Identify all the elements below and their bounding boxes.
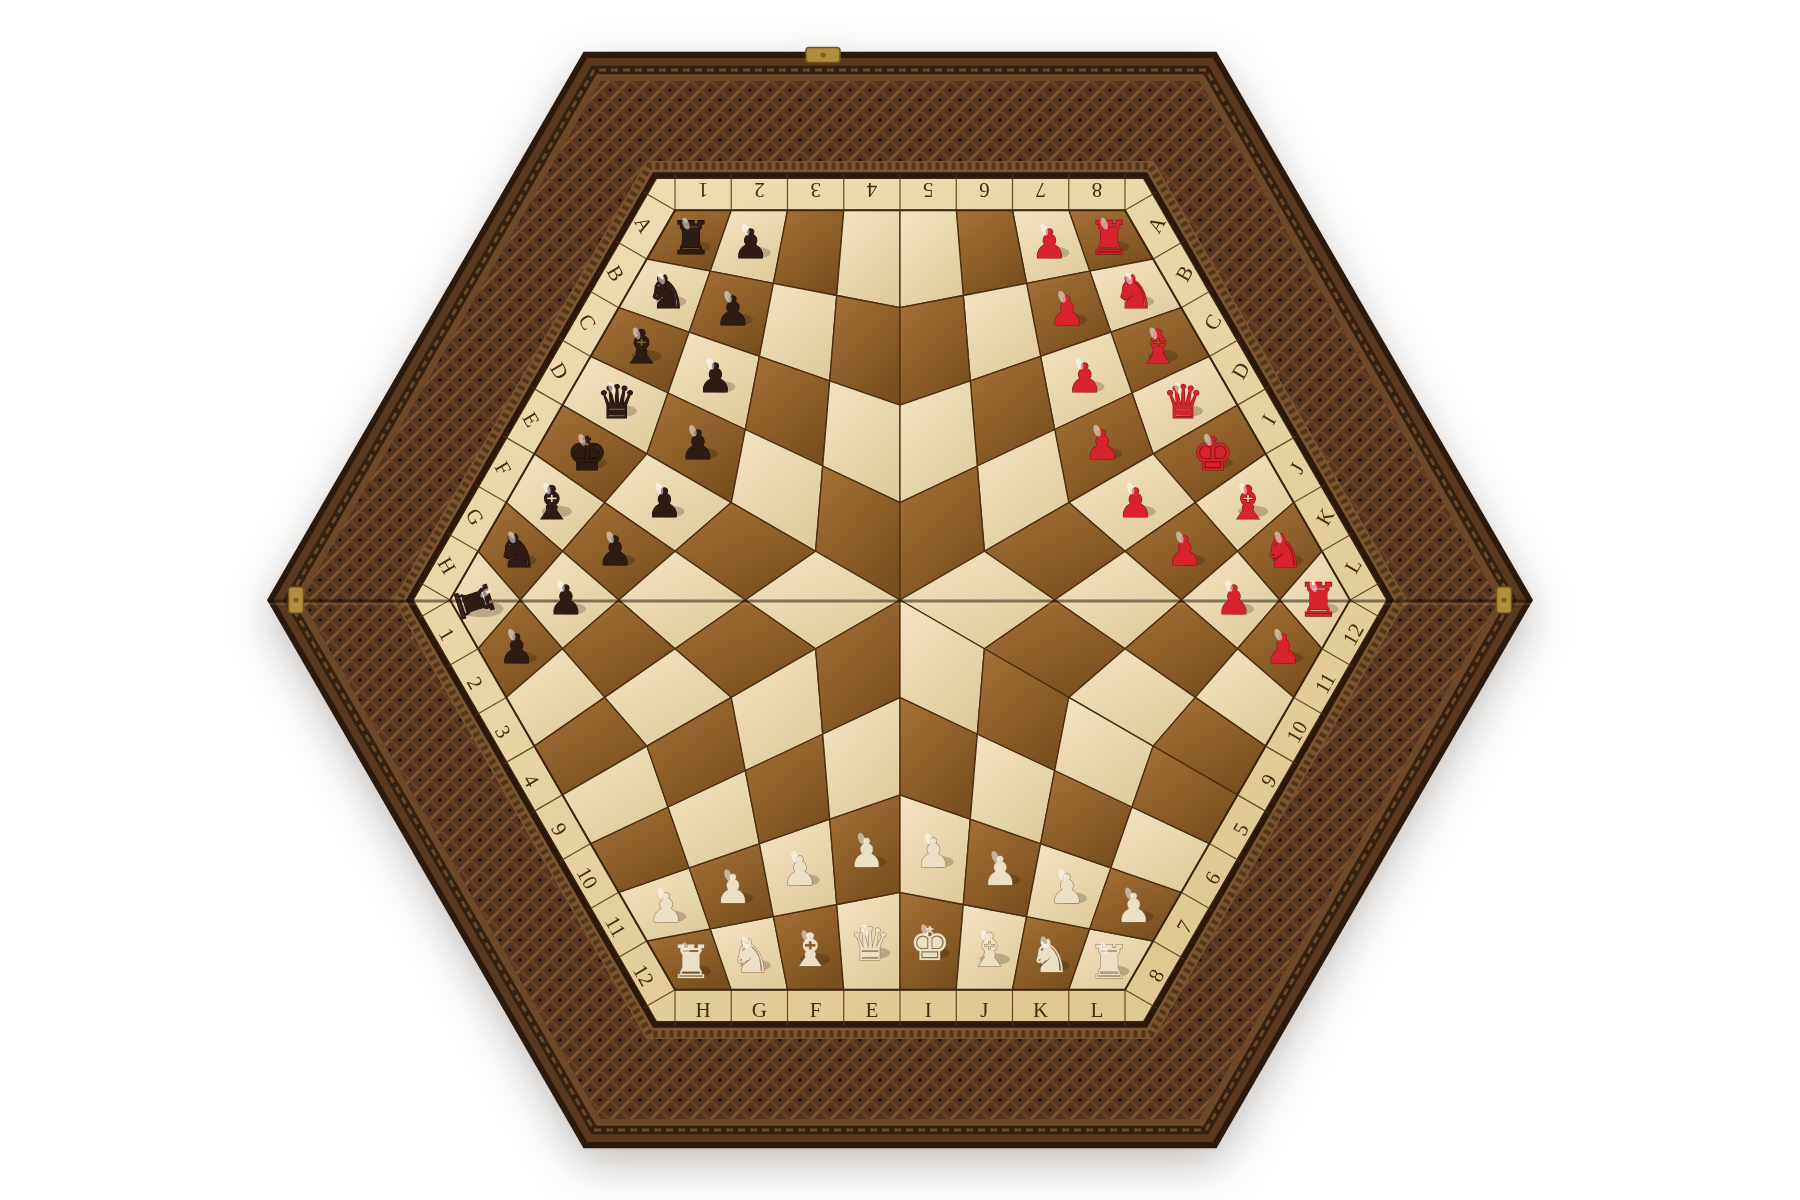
piece-glyph: ♝ xyxy=(1227,476,1268,530)
white-pawn[interactable]: ♟ xyxy=(1116,885,1154,931)
black-pawn[interactable]: ♟ xyxy=(499,626,537,672)
piece-glyph: ♟ xyxy=(499,626,535,672)
piece-glyph: ♟ xyxy=(698,355,734,401)
piece-glyph: ♞ xyxy=(646,265,687,319)
red-pawn[interactable]: ♟ xyxy=(1031,221,1069,267)
standing-piece: ♞ xyxy=(730,929,771,983)
piece-glyph: ♟ xyxy=(648,885,684,931)
standing-piece: ♟ xyxy=(715,288,751,334)
black-pawn[interactable]: ♟ xyxy=(733,221,771,267)
coordinate-label: H xyxy=(696,998,711,1022)
black-pawn[interactable]: ♟ xyxy=(680,422,718,468)
black-bishop[interactable]: ♝ xyxy=(531,476,572,530)
white-rook[interactable]: ♜ xyxy=(1089,935,1130,989)
standing-piece: ♝ xyxy=(1227,476,1268,530)
white-pawn[interactable]: ♟ xyxy=(648,885,686,931)
piece-glyph: ♟ xyxy=(733,221,769,267)
brass-hinge-left-pin xyxy=(293,597,298,602)
standing-piece: ♟ xyxy=(1167,528,1203,574)
black-rook[interactable]: ♜ xyxy=(670,211,711,265)
standing-piece: ♟ xyxy=(1049,288,1085,334)
coordinate-label: 6 xyxy=(979,178,990,202)
white-queen[interactable]: ♛ xyxy=(849,917,890,971)
standing-piece: ♞ xyxy=(1113,265,1154,319)
three-player-chess-board: 12345678ABCDEFGH12349101112HGFEIJKL12111… xyxy=(0,0,1800,1200)
standing-piece: ♟ xyxy=(1118,480,1154,526)
piece-glyph: ♟ xyxy=(915,830,951,876)
coordinate-label: K xyxy=(1033,998,1048,1022)
standing-piece: ♟ xyxy=(733,221,769,267)
piece-glyph: ♛ xyxy=(849,917,890,971)
white-bishop[interactable]: ♝ xyxy=(969,923,1010,977)
standing-piece: ♟ xyxy=(1265,626,1301,672)
piece-glyph: ♟ xyxy=(982,848,1018,894)
coordinate-label: 7 xyxy=(1035,178,1046,202)
piece-glyph: ♞ xyxy=(1113,265,1154,319)
piece-glyph: ♚ xyxy=(1192,427,1233,481)
standing-piece: ♟ xyxy=(782,848,818,894)
coordinate-label: E xyxy=(865,998,878,1022)
white-pawn[interactable]: ♟ xyxy=(982,848,1020,894)
piece-glyph: ♝ xyxy=(621,320,662,374)
piece-glyph: ♟ xyxy=(548,577,584,623)
red-knight[interactable]: ♞ xyxy=(1113,265,1154,319)
cell[interactable] xyxy=(900,210,963,307)
piece-glyph: ♟ xyxy=(1167,528,1203,574)
standing-piece: ♟ xyxy=(548,577,584,623)
black-knight[interactable]: ♞ xyxy=(496,524,537,578)
red-pawn[interactable]: ♟ xyxy=(1084,422,1122,468)
red-rook[interactable]: ♜ xyxy=(1298,573,1339,627)
piece-glyph: ♝ xyxy=(531,476,572,530)
piece-glyph: ♟ xyxy=(647,480,683,526)
white-pawn[interactable]: ♟ xyxy=(782,848,820,894)
piece-glyph: ♞ xyxy=(496,524,537,578)
standing-piece: ♚ xyxy=(909,917,950,971)
standing-piece: ♟ xyxy=(680,422,716,468)
red-knight[interactable]: ♞ xyxy=(1263,524,1304,578)
standing-piece: ♟ xyxy=(715,866,751,912)
piece-glyph: ♚ xyxy=(566,427,607,481)
standing-piece: ♜ xyxy=(670,935,711,989)
coordinate-label: 5 xyxy=(923,178,934,202)
standing-piece: ♞ xyxy=(1029,929,1070,983)
standing-piece: ♟ xyxy=(1067,355,1103,401)
piece-glyph: ♞ xyxy=(1263,524,1304,578)
white-pawn[interactable]: ♟ xyxy=(915,830,953,876)
coordinate-label: G xyxy=(752,998,767,1022)
piece-glyph: ♝ xyxy=(969,923,1010,977)
brass-hinge-right-pin xyxy=(1501,597,1506,602)
standing-piece: ♟ xyxy=(1084,422,1120,468)
piece-glyph: ♟ xyxy=(1049,866,1085,912)
red-king[interactable]: ♚ xyxy=(1192,427,1233,481)
standing-piece: ♝ xyxy=(1138,320,1179,374)
standing-piece: ♜ xyxy=(1089,211,1130,265)
standing-piece: ♝ xyxy=(969,923,1010,977)
red-pawn[interactable]: ♟ xyxy=(1265,626,1303,672)
red-pawn[interactable]: ♟ xyxy=(1118,480,1156,526)
red-pawn[interactable]: ♟ xyxy=(1216,577,1254,623)
black-king[interactable]: ♚ xyxy=(566,427,607,481)
standing-piece: ♜ xyxy=(1089,935,1130,989)
piece-glyph: ♟ xyxy=(849,830,885,876)
white-rook[interactable]: ♜ xyxy=(670,935,711,989)
piece-glyph: ♟ xyxy=(1049,288,1085,334)
piece-glyph: ♟ xyxy=(1067,355,1103,401)
piece-glyph: ♟ xyxy=(782,848,818,894)
piece-glyph: ♝ xyxy=(790,923,831,977)
black-queen[interactable]: ♛ xyxy=(596,375,637,429)
red-rook[interactable]: ♜ xyxy=(1089,211,1130,265)
standing-piece: ♝ xyxy=(621,320,662,374)
standing-piece: ♛ xyxy=(1162,375,1203,429)
piece-glyph: ♟ xyxy=(1116,885,1152,931)
coordinate-label: I xyxy=(925,998,932,1022)
white-pawn[interactable]: ♟ xyxy=(715,866,753,912)
coordinate-label: 8 xyxy=(1092,178,1103,202)
piece-glyph: ♟ xyxy=(1265,626,1301,672)
red-pawn[interactable]: ♟ xyxy=(1049,288,1087,334)
red-pawn[interactable]: ♟ xyxy=(1167,528,1205,574)
standing-piece: ♟ xyxy=(982,848,1018,894)
black-pawn[interactable]: ♟ xyxy=(647,480,685,526)
page: 12345678ABCDEFGH12349101112HGFEIJKL12111… xyxy=(0,0,1800,1200)
black-pawn[interactable]: ♟ xyxy=(597,528,635,574)
standing-piece: ♛ xyxy=(849,917,890,971)
coordinate-label: J xyxy=(980,998,988,1022)
standing-piece: ♟ xyxy=(1116,885,1152,931)
standing-piece: ♟ xyxy=(499,626,535,672)
white-knight[interactable]: ♞ xyxy=(1029,929,1070,983)
standing-piece: ♝ xyxy=(531,476,572,530)
piece-glyph: ♟ xyxy=(680,422,716,468)
standing-piece: ♞ xyxy=(1263,524,1304,578)
white-pawn[interactable]: ♟ xyxy=(1049,866,1087,912)
brass-clasp-top-pin xyxy=(820,52,825,57)
standing-piece: ♞ xyxy=(496,524,537,578)
cell[interactable] xyxy=(837,210,900,307)
piece-glyph: ♜ xyxy=(670,211,711,265)
standing-piece: ♜ xyxy=(670,211,711,265)
piece-glyph: ♟ xyxy=(1031,221,1067,267)
red-bishop[interactable]: ♝ xyxy=(1227,476,1268,530)
standing-piece: ♟ xyxy=(1216,577,1252,623)
coordinate-label: 3 xyxy=(810,178,821,202)
standing-piece: ♟ xyxy=(849,830,885,876)
white-pawn[interactable]: ♟ xyxy=(849,830,887,876)
coordinate-label: 1 xyxy=(698,178,709,202)
piece-glyph: ♞ xyxy=(730,929,771,983)
piece-glyph: ♜ xyxy=(1298,573,1339,627)
board-wrapper: 12345678ABCDEFGH12349101112HGFEIJKL12111… xyxy=(0,0,1800,1200)
standing-piece: ♛ xyxy=(596,375,637,429)
standing-piece: ♟ xyxy=(1031,221,1067,267)
standing-piece: ♚ xyxy=(1192,427,1233,481)
piece-glyph: ♝ xyxy=(1138,320,1179,374)
piece-glyph: ♟ xyxy=(1084,422,1120,468)
standing-piece: ♟ xyxy=(597,528,633,574)
red-pawn[interactable]: ♟ xyxy=(1067,355,1105,401)
piece-glyph: ♜ xyxy=(1089,935,1130,989)
standing-piece: ♝ xyxy=(790,923,831,977)
coordinate-label: F xyxy=(810,998,822,1022)
coordinate-label: 4 xyxy=(866,178,877,202)
black-pawn[interactable]: ♟ xyxy=(698,355,736,401)
white-bishop[interactable]: ♝ xyxy=(790,923,831,977)
piece-glyph: ♜ xyxy=(1089,211,1130,265)
white-king[interactable]: ♚ xyxy=(909,917,950,971)
standing-piece: ♟ xyxy=(698,355,734,401)
piece-glyph: ♛ xyxy=(596,375,637,429)
standing-piece: ♟ xyxy=(647,480,683,526)
piece-glyph: ♚ xyxy=(909,917,950,971)
black-pawn[interactable]: ♟ xyxy=(548,577,586,623)
standing-piece: ♟ xyxy=(648,885,684,931)
standing-piece: ♜ xyxy=(1298,573,1339,627)
black-knight[interactable]: ♞ xyxy=(646,265,687,319)
standing-piece: ♟ xyxy=(1049,866,1085,912)
piece-glyph: ♟ xyxy=(715,866,751,912)
red-queen[interactable]: ♛ xyxy=(1162,375,1203,429)
black-bishop[interactable]: ♝ xyxy=(621,320,662,374)
coordinate-label: L xyxy=(1090,998,1103,1022)
standing-piece: ♞ xyxy=(646,265,687,319)
black-pawn[interactable]: ♟ xyxy=(715,288,753,334)
standing-piece: ♚ xyxy=(566,427,607,481)
piece-glyph: ♟ xyxy=(715,288,751,334)
piece-glyph: ♟ xyxy=(597,528,633,574)
piece-glyph: ♞ xyxy=(1029,929,1070,983)
white-knight[interactable]: ♞ xyxy=(730,929,771,983)
red-bishop[interactable]: ♝ xyxy=(1138,320,1179,374)
coordinate-label: 2 xyxy=(754,178,765,202)
piece-glyph: ♟ xyxy=(1216,577,1252,623)
piece-glyph: ♜ xyxy=(670,935,711,989)
piece-glyph: ♟ xyxy=(1118,480,1154,526)
piece-glyph: ♛ xyxy=(1162,375,1203,429)
standing-piece: ♟ xyxy=(915,830,951,876)
